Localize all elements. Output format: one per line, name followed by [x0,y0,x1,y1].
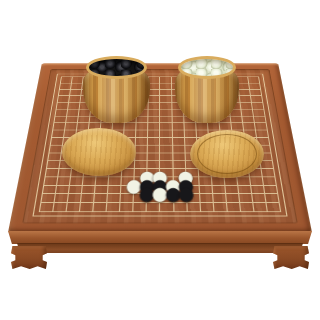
grid-cell[interactable] [122,177,135,185]
grid-cell[interactable] [149,109,161,116]
grid-cell[interactable] [57,177,71,185]
grid-cell[interactable] [134,203,148,212]
grid-cell[interactable] [173,145,185,153]
grid-cell[interactable] [160,138,172,146]
grid-cell[interactable] [148,153,160,161]
grid-cell[interactable] [161,169,174,177]
grid-cell[interactable] [121,194,135,203]
grid-cell[interactable] [136,130,148,137]
grid-cell[interactable] [260,161,274,169]
lid-groove-ring [197,134,257,174]
grid-cell[interactable] [196,123,208,130]
grid-cell[interactable] [252,194,266,203]
grid-cell[interactable] [149,96,160,103]
grid-cell[interactable] [264,186,278,195]
grid-cell[interactable] [173,169,186,177]
grid-cell[interactable] [70,177,84,185]
grid-cell[interactable] [243,123,256,130]
grid-cell[interactable] [122,169,135,177]
grid-cell[interactable] [160,109,172,116]
grid-cell[interactable] [148,161,161,169]
bowl-lid-right[interactable] [190,130,264,178]
grid-cell[interactable] [96,177,110,185]
grid-cell[interactable] [226,194,240,203]
grid-cell[interactable] [136,153,149,161]
grid-cell[interactable] [148,177,161,185]
grid-cell[interactable] [174,194,187,203]
go-set-photo: ●●●●●●●●●●●● [0,0,320,320]
grid-cell[interactable] [135,161,148,169]
grid-cell[interactable] [160,96,171,103]
grid-cell[interactable] [160,123,172,130]
grid-cell[interactable] [94,194,108,203]
grid-cell[interactable] [160,153,172,161]
grid-cell[interactable] [134,194,147,203]
grid-cell[interactable] [251,96,263,103]
grid-cell[interactable] [109,177,122,185]
grid-cell[interactable] [160,103,172,110]
grid-cell[interactable] [136,138,148,146]
grid-cell[interactable] [125,123,137,130]
grid-cell[interactable] [147,203,160,212]
grid-cell[interactable] [267,203,282,212]
grid-cell[interactable] [227,203,241,212]
grid-cell[interactable] [238,186,252,195]
grid-cell[interactable] [251,186,265,195]
grid-cell[interactable] [56,186,70,195]
grid-cell[interactable] [149,123,161,130]
grid-cell[interactable] [225,186,239,195]
grid-cell[interactable] [137,123,149,130]
grid-cell[interactable] [224,177,238,185]
grid-cell[interactable] [187,203,201,212]
grid-cell[interactable] [83,177,97,185]
grid-cell[interactable] [262,169,276,177]
grid-cell[interactable] [120,203,134,212]
grid-cell[interactable] [65,123,78,130]
grid-cell[interactable] [94,203,108,212]
grid-cell[interactable] [250,177,264,185]
grid-cell[interactable] [212,177,226,185]
grid-cell[interactable] [200,203,214,212]
grid-cell[interactable] [214,203,228,212]
grid-cell[interactable] [173,153,186,161]
grid-cell[interactable] [149,116,161,123]
grid-cell[interactable] [174,203,188,212]
grid-cell[interactable] [240,103,252,110]
grid-cell[interactable] [95,186,109,195]
bowl-white-stones[interactable] [175,56,239,123]
grid-cell[interactable] [239,194,253,203]
grid-cell[interactable] [58,169,72,177]
grid-cell[interactable] [237,177,251,185]
grid-cell[interactable] [149,103,161,110]
grid-cell[interactable] [173,138,185,146]
grid-cell[interactable] [253,109,266,116]
grid-cell[interactable] [186,177,199,185]
grid-cell[interactable] [186,169,199,177]
grid-cell[interactable] [187,194,201,203]
grid-cell[interactable] [69,96,81,103]
grid-cell[interactable] [184,123,196,130]
grid-cell[interactable] [256,130,269,137]
grid-cell[interactable] [67,109,80,116]
grid-cell[interactable] [252,103,265,110]
grid-cell[interactable] [160,116,172,123]
grid-cell[interactable] [242,116,255,123]
grid-cell[interactable] [263,177,277,185]
grid-cell[interactable] [136,145,148,153]
grid-cell[interactable] [212,186,226,195]
grid-cell[interactable] [135,177,148,185]
grid-cell[interactable] [161,186,174,195]
grid-cell[interactable] [68,194,82,203]
bowl-lid-left[interactable] [62,128,136,176]
black-stones-in-bowl [86,56,147,79]
grid-cell[interactable] [148,145,160,153]
grid-cell[interactable] [173,161,186,169]
grid-cell[interactable] [265,194,280,203]
grid-cell[interactable] [213,194,227,203]
grid-cell[interactable] [148,169,161,177]
grid-cell[interactable] [69,186,83,195]
grid-cell[interactable] [66,116,79,123]
grid-cell[interactable] [148,138,160,146]
grid-cell[interactable] [208,123,220,130]
grid-cell[interactable] [184,130,196,137]
grid-cell[interactable] [240,203,254,212]
grid-cell[interactable] [80,203,94,212]
grid-cell[interactable] [53,203,68,212]
grid-cell[interactable] [173,186,186,195]
grid-cell[interactable] [55,194,69,203]
grid-cell[interactable] [108,186,122,195]
grid-cell[interactable] [172,123,184,130]
grid-cell[interactable] [186,186,199,195]
grid-cell[interactable] [255,123,268,130]
bowl-black-stones[interactable] [83,56,150,123]
grid-cell[interactable] [135,169,148,177]
grid-cell[interactable] [121,186,134,195]
table-foot-left [11,246,47,269]
grid-cell[interactable] [200,194,214,203]
grid-cell[interactable] [172,130,184,137]
table-foot-right [273,246,309,269]
grid-cell[interactable] [81,194,95,203]
grid-cell[interactable] [148,130,160,137]
grid-cell[interactable] [68,103,80,110]
white-stones-in-bowl [178,56,236,79]
grid-cell[interactable] [160,145,172,153]
grid-cell[interactable] [108,194,122,203]
grid-cell[interactable] [161,177,174,185]
grid-cell[interactable] [173,177,186,185]
grid-cell[interactable] [241,109,254,116]
grid-cell[interactable] [82,186,96,195]
table-front-edge [8,231,312,244]
grid-cell[interactable] [240,96,252,103]
grid-cell[interactable] [161,194,174,203]
grid-cell[interactable] [161,161,174,169]
grid-cell[interactable] [254,116,267,123]
grid-cell[interactable] [160,130,172,137]
grid-cell[interactable] [161,203,174,212]
grid-cell[interactable] [134,186,147,195]
grid-cell[interactable] [253,203,268,212]
grid-cell[interactable] [199,186,213,195]
grid-cell[interactable] [107,203,121,212]
grid-cell[interactable] [199,177,212,185]
table-apron [17,243,303,253]
grid-cell[interactable] [67,203,81,212]
grid-cell[interactable] [147,194,160,203]
grid-cell[interactable] [147,186,160,195]
go-table-board: ●●●●●●●●●●●● [8,63,312,233]
